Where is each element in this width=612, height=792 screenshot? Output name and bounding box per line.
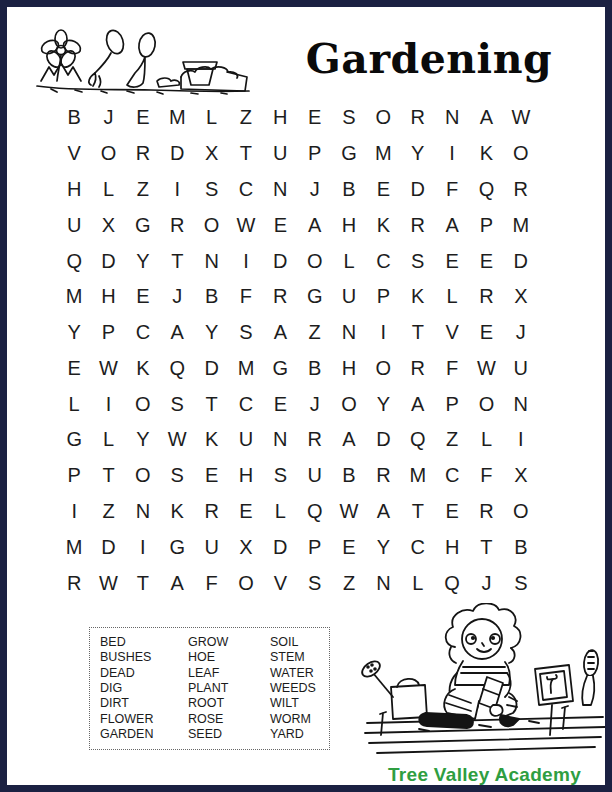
grid-cell-r5c8: O [298, 243, 332, 279]
word-item: WORM [270, 712, 325, 727]
word-item: BUSHES [100, 650, 188, 665]
grid-cell-r13c2: D [91, 529, 125, 565]
grid-cell-r2c3: R [126, 136, 160, 172]
grid-cell-r10c12: Z [435, 422, 469, 458]
grid-cell-r9c12: P [435, 386, 469, 422]
grid-cell-r3c3: Z [126, 172, 160, 208]
grid-cell-r10c2: L [91, 422, 125, 458]
grid-cell-r12c11: T [401, 494, 435, 530]
grid-cell-r13c10: Y [366, 529, 400, 565]
grid-cell-r3c7: N [263, 172, 297, 208]
grid-cell-r6c7: R [263, 279, 297, 315]
grid-cell-r13c13: T [469, 529, 503, 565]
grid-cell-r12c13: R [469, 494, 503, 530]
grid-cell-r14c11: L [401, 565, 435, 601]
grid-cell-r9c5: T [194, 386, 228, 422]
grid-cell-r11c3: O [126, 458, 160, 494]
grid-cell-r3c12: F [435, 172, 469, 208]
grid-cell-r9c3: O [126, 386, 160, 422]
grid-cell-r10c9: A [332, 422, 366, 458]
grid-cell-r13c7: D [263, 529, 297, 565]
grid-cell-r4c1: U [57, 207, 91, 243]
grid-cell-r14c13: J [469, 565, 503, 601]
grid-cell-r2c7: U [263, 136, 297, 172]
grid-cell-r4c14: M [504, 207, 538, 243]
grid-cell-r9c1: L [57, 386, 91, 422]
word-item: WEEDS [270, 681, 325, 696]
grid-cell-r10c5: K [194, 422, 228, 458]
grid-cell-r8c4: Q [160, 350, 194, 386]
grid-cell-r12c4: K [160, 494, 194, 530]
grid-cell-r9c11: A [401, 386, 435, 422]
grid-cell-r4c10: K [366, 207, 400, 243]
grid-cell-r10c4: W [160, 422, 194, 458]
grid-cell-r4c9: H [332, 207, 366, 243]
grid-cell-r4c11: R [401, 207, 435, 243]
grid-cell-r14c14: S [504, 565, 538, 601]
grid-cell-r11c1: P [57, 458, 91, 494]
grid-cell-r1c4: M [160, 100, 194, 136]
grid-cell-r11c13: F [469, 458, 503, 494]
grid-cell-r3c2: L [91, 172, 125, 208]
grid-cell-r12c1: I [57, 494, 91, 530]
grid-cell-r14c7: V [263, 565, 297, 601]
grid-cell-r11c5: E [194, 458, 228, 494]
word-item: YARD [270, 727, 325, 742]
grid-cell-r1c9: S [332, 100, 366, 136]
grid-cell-r6c13: R [469, 279, 503, 315]
grid-cell-r4c6: W [229, 207, 263, 243]
grid-cell-r11c10: R [366, 458, 400, 494]
grid-cell-r14c12: Q [435, 565, 469, 601]
grid-cell-r7c13: E [469, 315, 503, 351]
grid-cell-r1c1: B [57, 100, 91, 136]
grid-cell-r12c12: E [435, 494, 469, 530]
grid-cell-r14c8: S [298, 565, 332, 601]
word-item: SEED [188, 727, 270, 742]
grid-cell-r5c4: T [160, 243, 194, 279]
grid-cell-r12c5: R [194, 494, 228, 530]
grid-cell-r5c5: N [194, 243, 228, 279]
grid-cell-r8c13: W [469, 350, 503, 386]
grid-cell-r9c2: I [91, 386, 125, 422]
grid-cell-r8c11: R [401, 350, 435, 386]
grid-cell-r9c4: S [160, 386, 194, 422]
grid-cell-r10c13: L [469, 422, 503, 458]
grid-cell-r3c11: D [401, 172, 435, 208]
grid-cell-r7c5: Y [194, 315, 228, 351]
grid-cell-r7c9: N [332, 315, 366, 351]
grid-cell-r12c8: Q [298, 494, 332, 530]
grid-cell-r3c10: E [366, 172, 400, 208]
grid-cell-r10c7: N [263, 422, 297, 458]
grid-cell-r10c6: U [229, 422, 263, 458]
grid-cell-r14c9: Z [332, 565, 366, 601]
grid-cell-r10c3: Y [126, 422, 160, 458]
grid-cell-r2c12: I [435, 136, 469, 172]
grid-cell-r13c1: M [57, 529, 91, 565]
grid-cell-r4c7: E [263, 207, 297, 243]
grid-cell-r9c10: Y [366, 386, 400, 422]
garden-tools-icon [31, 25, 256, 100]
grid-cell-r9c7: E [263, 386, 297, 422]
grid-cell-r7c11: T [401, 315, 435, 351]
grid-cell-r1c14: W [504, 100, 538, 136]
grid-cell-r5c7: D [263, 243, 297, 279]
grid-cell-r13c8: P [298, 529, 332, 565]
grid-cell-r5c11: S [401, 243, 435, 279]
grid-cell-r8c1: E [57, 350, 91, 386]
grid-cell-r6c12: L [435, 279, 469, 315]
grid-cell-r7c8: Z [298, 315, 332, 351]
grid-cell-r14c10: N [366, 565, 400, 601]
grid-cell-r8c3: K [126, 350, 160, 386]
grid-cell-r1c8: E [298, 100, 332, 136]
grid-cell-r5c2: D [91, 243, 125, 279]
word-list-box: BEDBUSHESDEADDIGDIRTFLOWERGARDEN GROWHOE… [89, 627, 330, 750]
grid-cell-r13c9: E [332, 529, 366, 565]
word-item: GROW [188, 635, 270, 650]
grid-cell-r1c7: H [263, 100, 297, 136]
grid-cell-r7c10: I [366, 315, 400, 351]
grid-cell-r5c3: Y [126, 243, 160, 279]
grid-cell-r13c4: G [160, 529, 194, 565]
grid-cell-r9c14: N [504, 386, 538, 422]
grid-cell-r8c6: M [229, 350, 263, 386]
grid-cell-r6c14: X [504, 279, 538, 315]
grid-cell-r14c3: T [126, 565, 160, 601]
grid-cell-r12c7: L [263, 494, 297, 530]
grid-cell-r8c9: H [332, 350, 366, 386]
grid-cell-r4c13: P [469, 207, 503, 243]
grid-cell-r3c5: S [194, 172, 228, 208]
grid-cell-r10c11: Q [401, 422, 435, 458]
grid-cell-r2c4: D [160, 136, 194, 172]
grid-cell-r2c11: Y [401, 136, 435, 172]
word-item: HOE [188, 650, 270, 665]
grid-cell-r5c14: D [504, 243, 538, 279]
page-title: Gardening [305, 35, 553, 83]
grid-cell-r13c11: C [401, 529, 435, 565]
word-item: LEAF [188, 666, 270, 681]
grid-cell-r10c14: I [504, 422, 538, 458]
grid-cell-r2c2: O [91, 136, 125, 172]
grid-cell-r12c10: A [366, 494, 400, 530]
grid-cell-r4c12: A [435, 207, 469, 243]
grid-cell-r8c2: W [91, 350, 125, 386]
grid-cell-r9c8: J [298, 386, 332, 422]
grid-cell-r9c6: C [229, 386, 263, 422]
word-item: ROSE [188, 712, 270, 727]
grid-cell-r2c8: P [298, 136, 332, 172]
grid-cell-r3c1: H [57, 172, 91, 208]
word-item: BED [100, 635, 188, 650]
grid-cell-r3c9: B [332, 172, 366, 208]
grid-cell-r2c14: O [504, 136, 538, 172]
word-item: DIG [100, 681, 188, 696]
kid-gardener-illustration [359, 603, 611, 769]
grid-cell-r7c2: P [91, 315, 125, 351]
grid-cell-r14c5: F [194, 565, 228, 601]
grid-cell-r5c10: C [366, 243, 400, 279]
grid-cell-r5c6: I [229, 243, 263, 279]
grid-cell-r14c1: R [57, 565, 91, 601]
grid-cell-r2c10: M [366, 136, 400, 172]
word-list-column: BEDBUSHESDEADDIGDIRTFLOWERGARDEN [100, 635, 188, 742]
grid-cell-r7c6: S [229, 315, 263, 351]
grid-cell-r2c6: T [229, 136, 263, 172]
grid-cell-r14c6: O [229, 565, 263, 601]
grid-cell-r7c12: V [435, 315, 469, 351]
grid-cell-r1c2: J [91, 100, 125, 136]
grid-cell-r10c8: R [298, 422, 332, 458]
grid-cell-r11c14: X [504, 458, 538, 494]
grid-cell-r11c7: S [263, 458, 297, 494]
grid-cell-r4c4: R [160, 207, 194, 243]
grid-cell-r2c5: X [194, 136, 228, 172]
grid-cell-r13c3: I [126, 529, 160, 565]
grid-cell-r1c10: O [366, 100, 400, 136]
grid-cell-r11c4: S [160, 458, 194, 494]
grid-cell-r12c3: N [126, 494, 160, 530]
word-item: WATER [270, 666, 325, 681]
grid-cell-r8c14: U [504, 350, 538, 386]
worksheet-page: Gardening BJEMLZHESORNAWVORDXTUPGMYIKOHL… [0, 0, 612, 792]
grid-cell-r7c7: A [263, 315, 297, 351]
grid-cell-r8c5: D [194, 350, 228, 386]
grid-cell-r9c9: O [332, 386, 366, 422]
grid-cell-r11c11: M [401, 458, 435, 494]
grid-cell-r1c3: E [126, 100, 160, 136]
word-item: GARDEN [100, 727, 188, 742]
grid-cell-r12c14: O [504, 494, 538, 530]
grid-cell-r3c14: R [504, 172, 538, 208]
word-item: SOIL [270, 635, 325, 650]
grid-cell-r3c4: I [160, 172, 194, 208]
grid-cell-r13c12: H [435, 529, 469, 565]
grid-cell-r6c8: G [298, 279, 332, 315]
grid-cell-r13c14: B [504, 529, 538, 565]
grid-cell-r11c12: C [435, 458, 469, 494]
garden-tools-illustration [31, 25, 256, 104]
grid-cell-r14c4: A [160, 565, 194, 601]
brand-text: Tree Valley Academy [362, 764, 607, 786]
grid-cell-r12c9: W [332, 494, 366, 530]
grid-cell-r5c13: E [469, 243, 503, 279]
grid-cell-r5c9: L [332, 243, 366, 279]
grid-cell-r5c12: E [435, 243, 469, 279]
grid-cell-r14c2: W [91, 565, 125, 601]
grid-cell-r1c12: N [435, 100, 469, 136]
grid-cell-r2c9: G [332, 136, 366, 172]
grid-cell-r2c1: V [57, 136, 91, 172]
grid-cell-r5c1: Q [57, 243, 91, 279]
grid-cell-r4c2: X [91, 207, 125, 243]
grid-cell-r8c12: F [435, 350, 469, 386]
grid-cell-r7c3: C [126, 315, 160, 351]
grid-cell-r4c3: G [126, 207, 160, 243]
grid-cell-r1c13: A [469, 100, 503, 136]
word-item: WILT [270, 696, 325, 711]
grid-cell-r12c2: Z [91, 494, 125, 530]
grid-cell-r7c1: Y [57, 315, 91, 351]
grid-cell-r12c6: E [229, 494, 263, 530]
grid-cell-r9c13: O [469, 386, 503, 422]
grid-cell-r6c2: H [91, 279, 125, 315]
grid-cell-r7c4: A [160, 315, 194, 351]
grid-cell-r11c8: U [298, 458, 332, 494]
grid-cell-r3c8: J [298, 172, 332, 208]
grid-cell-r8c7: G [263, 350, 297, 386]
grid-cell-r6c6: F [229, 279, 263, 315]
grid-cell-r7c14: J [504, 315, 538, 351]
word-item: ROOT [188, 696, 270, 711]
grid-cell-r11c6: H [229, 458, 263, 494]
grid-cell-r6c5: B [194, 279, 228, 315]
word-search-grid: BJEMLZHESORNAWVORDXTUPGMYIKOHLZISCNJBEDF… [57, 100, 538, 601]
word-item: DIRT [100, 696, 188, 711]
grid-cell-r6c4: J [160, 279, 194, 315]
grid-cell-r10c10: D [366, 422, 400, 458]
grid-cell-r10c1: G [57, 422, 91, 458]
grid-cell-r11c2: T [91, 458, 125, 494]
grid-cell-r4c8: A [298, 207, 332, 243]
word-list-column: SOILSTEMWATERWEEDSWILTWORMYARD [270, 635, 325, 742]
grid-cell-r6c10: P [366, 279, 400, 315]
grid-cell-r6c11: K [401, 279, 435, 315]
grid-cell-r8c8: B [298, 350, 332, 386]
grid-cell-r1c11: R [401, 100, 435, 136]
grid-cell-r4c5: O [194, 207, 228, 243]
word-item: FLOWER [100, 712, 188, 727]
word-item: DEAD [100, 666, 188, 681]
grid-cell-r13c5: U [194, 529, 228, 565]
word-item: STEM [270, 650, 325, 665]
grid-cell-r3c6: C [229, 172, 263, 208]
grid-cell-r3c13: Q [469, 172, 503, 208]
grid-cell-r1c6: Z [229, 100, 263, 136]
grid-cell-r6c1: M [57, 279, 91, 315]
grid-cell-r6c9: U [332, 279, 366, 315]
grid-cell-r2c13: K [469, 136, 503, 172]
grid-cell-r8c10: O [366, 350, 400, 386]
grid-cell-r1c5: L [194, 100, 228, 136]
grid-cell-r13c6: X [229, 529, 263, 565]
word-list-column: GROWHOELEAFPLANTROOTROSESEED [188, 635, 270, 742]
grid-cell-r11c9: B [332, 458, 366, 494]
word-item: PLANT [188, 681, 270, 696]
grid-cell-r6c3: E [126, 279, 160, 315]
kid-gardener-icon [359, 603, 611, 765]
